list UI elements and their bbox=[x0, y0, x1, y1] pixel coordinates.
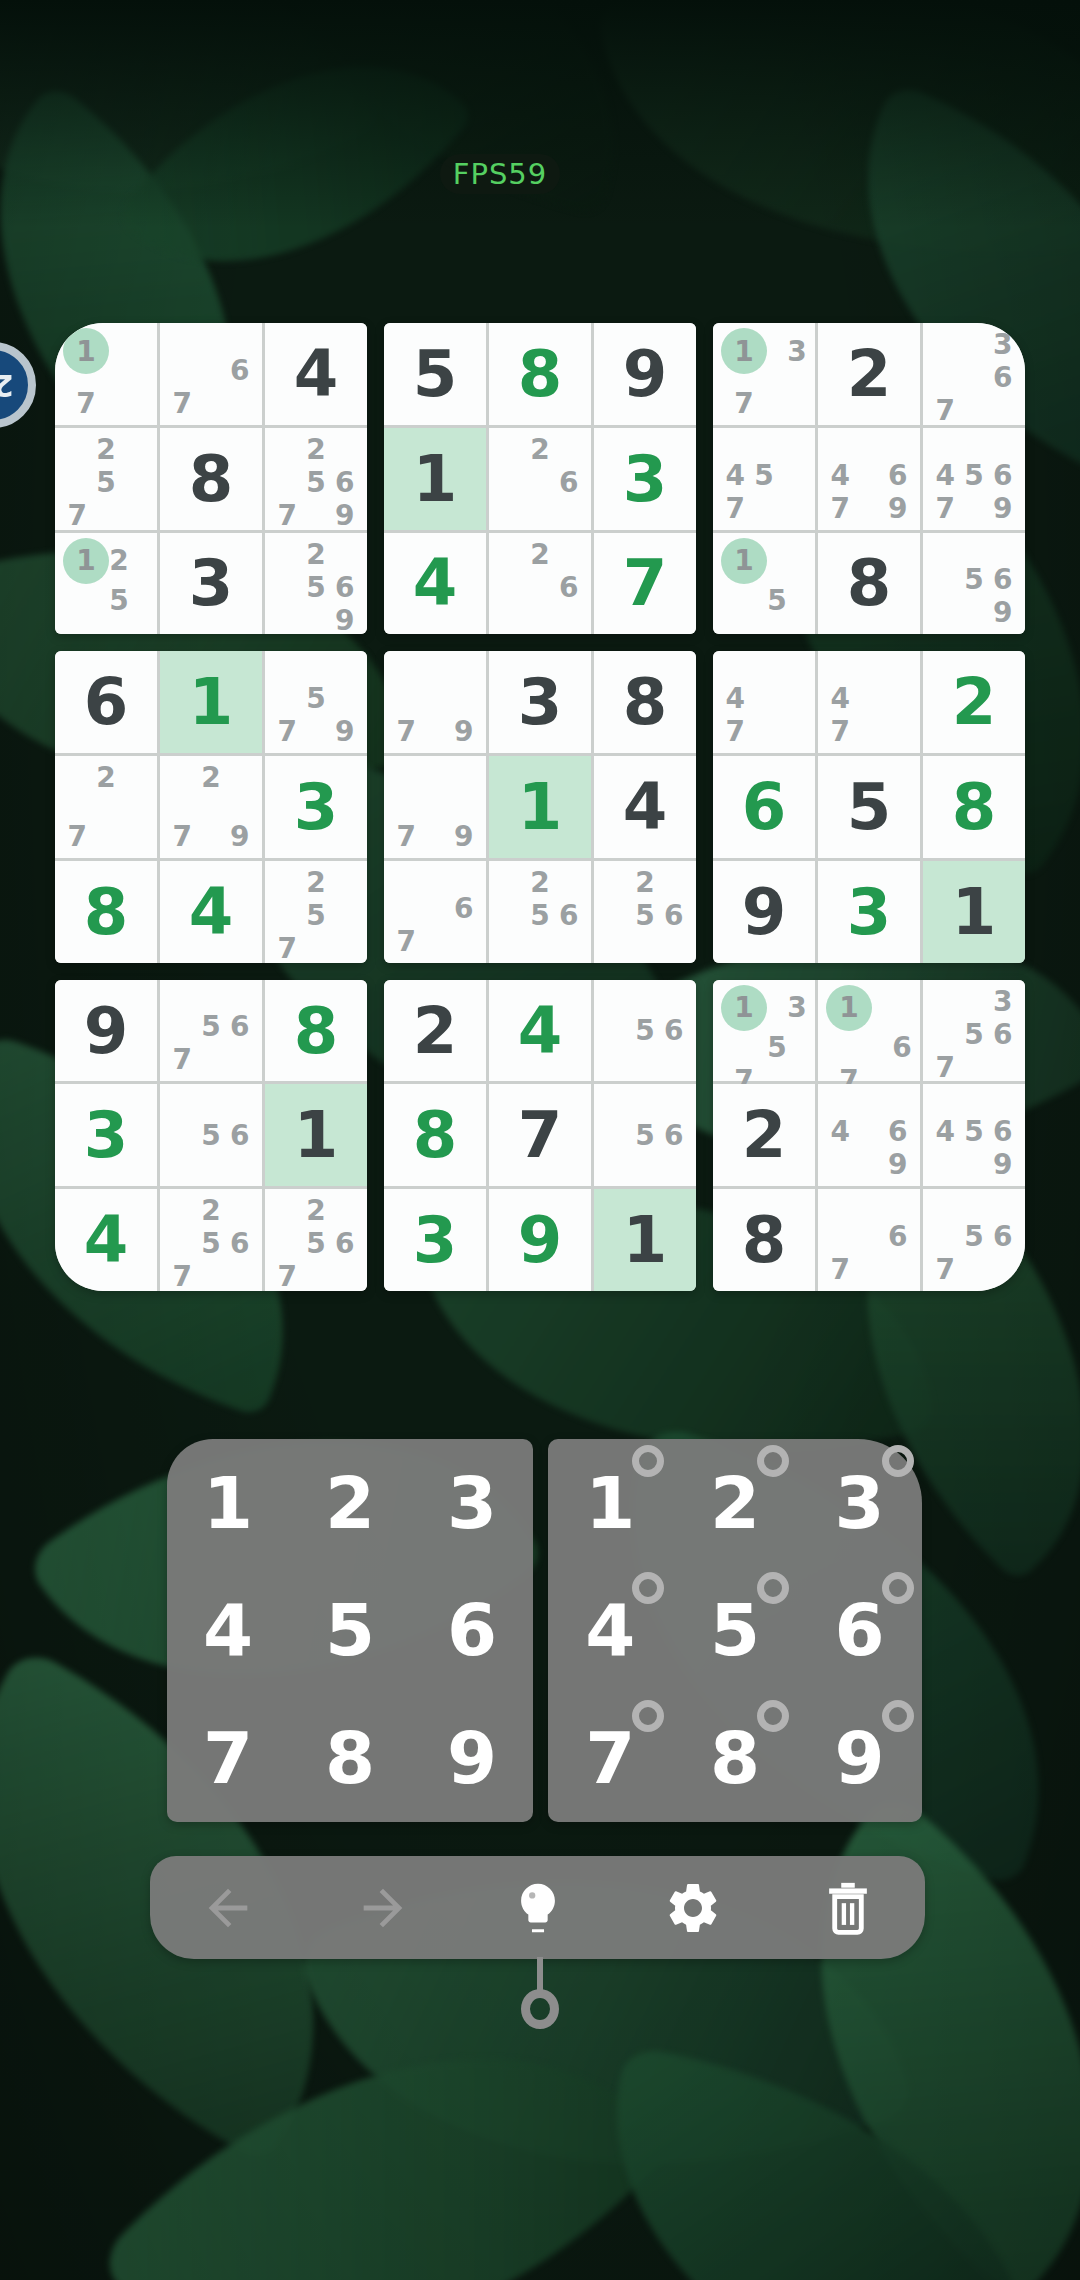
note-digit bbox=[721, 617, 767, 630]
cell-r1c5[interactable]: 8 bbox=[489, 323, 591, 425]
notepad-digit-5[interactable]: 5 bbox=[673, 1567, 798, 1695]
note-digit bbox=[168, 1194, 197, 1227]
note-digit bbox=[554, 538, 583, 571]
note-digit bbox=[883, 715, 912, 748]
note-digit bbox=[883, 1089, 912, 1115]
note-digit bbox=[225, 387, 254, 420]
cell-r1c1[interactable]: 17 bbox=[55, 323, 157, 425]
cell-r2c3[interactable]: 25679 bbox=[265, 428, 367, 530]
note-digit: 6 bbox=[330, 1227, 359, 1260]
user-digit: 4 bbox=[189, 880, 234, 944]
note-digit bbox=[330, 932, 359, 963]
note-digit bbox=[197, 1152, 226, 1181]
note-digit: 6 bbox=[554, 899, 583, 932]
note-digit bbox=[778, 433, 807, 459]
cell-r6c6[interactable]: 256 bbox=[594, 861, 696, 963]
note-digit bbox=[225, 1194, 254, 1227]
note-digit bbox=[767, 328, 787, 374]
note-digit bbox=[330, 1260, 359, 1291]
notes-grid: 47 bbox=[826, 656, 912, 748]
cell-r2c1[interactable]: 257 bbox=[55, 428, 157, 530]
note-digit: 6 bbox=[883, 459, 912, 492]
cell-r7c5[interactable]: 4 bbox=[489, 980, 591, 1082]
user-digit: 1 bbox=[189, 670, 234, 734]
note-digit: 7 bbox=[63, 387, 109, 420]
note-digit bbox=[787, 538, 807, 584]
note-digit bbox=[883, 1194, 912, 1220]
notepad-digit-9[interactable]: 9 bbox=[797, 1694, 922, 1822]
note-digit bbox=[120, 794, 149, 820]
cell-r2c8[interactable]: 4679 bbox=[818, 428, 920, 530]
numpad-digit-2[interactable]: 2 bbox=[289, 1439, 411, 1567]
note-digit bbox=[855, 433, 884, 459]
notes-grid: 26 bbox=[497, 538, 583, 630]
note-digit: 7 bbox=[392, 715, 421, 748]
notes-grid: 3567 bbox=[931, 985, 1017, 1077]
note-digit bbox=[421, 656, 450, 685]
note-digit: 3 bbox=[787, 328, 807, 374]
note-digit bbox=[273, 682, 302, 715]
board-box: 47472658931 bbox=[713, 651, 1025, 962]
cell-r8c9[interactable]: 4569 bbox=[923, 1084, 1025, 1186]
numpad-digit-8[interactable]: 8 bbox=[289, 1694, 411, 1822]
note-digit bbox=[988, 1051, 1017, 1084]
note-digit bbox=[855, 715, 884, 748]
settings-button[interactable] bbox=[647, 1862, 739, 1954]
cell-r5c3[interactable]: 3 bbox=[265, 756, 367, 858]
note-digit bbox=[330, 682, 359, 715]
note-digit: 5 bbox=[960, 459, 989, 492]
note-digit: 7 bbox=[931, 394, 960, 427]
note-digit bbox=[168, 354, 197, 387]
given-digit: 8 bbox=[847, 551, 892, 615]
cell-r4c2[interactable]: 1 bbox=[160, 651, 262, 753]
note-digit bbox=[330, 899, 359, 932]
cell-r9c3[interactable]: 2567 bbox=[265, 1189, 367, 1291]
given-digit: 1 bbox=[952, 880, 997, 944]
notes-grid: 257 bbox=[273, 866, 359, 958]
cell-r7c3[interactable]: 8 bbox=[265, 980, 367, 1082]
note-digit bbox=[197, 328, 226, 354]
cell-r2c2[interactable]: 8 bbox=[160, 428, 262, 530]
cell-r6c8[interactable]: 3 bbox=[818, 861, 920, 963]
cell-r6c3[interactable]: 257 bbox=[265, 861, 367, 963]
floating-bubble-label: 22 bbox=[0, 368, 14, 403]
note-digit bbox=[168, 1152, 197, 1181]
note-digit bbox=[988, 538, 1017, 564]
note-digit: 9 bbox=[449, 715, 478, 748]
cell-r6c2[interactable]: 4 bbox=[160, 861, 262, 963]
notes-grid: 1357 bbox=[721, 985, 807, 1077]
notes-grid: 67 bbox=[826, 1194, 912, 1286]
note-digit bbox=[129, 584, 149, 617]
cell-r3c8[interactable]: 8 bbox=[818, 533, 920, 635]
note-digit bbox=[554, 932, 583, 958]
cell-r6c9[interactable]: 1 bbox=[923, 861, 1025, 963]
note-digit: 5 bbox=[302, 682, 331, 715]
note-digit bbox=[750, 433, 779, 459]
cell-r5c8[interactable]: 5 bbox=[818, 756, 920, 858]
note-digit: 3 bbox=[988, 328, 1017, 361]
cell-r3c4[interactable]: 4 bbox=[384, 533, 486, 635]
cell-r3c1[interactable]: 125 bbox=[55, 533, 157, 635]
note-digit bbox=[602, 985, 631, 1014]
cell-r5c4[interactable]: 79 bbox=[384, 756, 486, 858]
note-digit: 2 bbox=[109, 538, 129, 584]
note-digit bbox=[960, 1051, 989, 1084]
given-digit: 2 bbox=[847, 342, 892, 406]
note-digit bbox=[778, 715, 807, 748]
cell-r9c2[interactable]: 2567 bbox=[160, 1189, 262, 1291]
cell-r8c3[interactable]: 1 bbox=[265, 1084, 367, 1186]
note-digit bbox=[120, 433, 149, 466]
cell-r7c2[interactable]: 567 bbox=[160, 980, 262, 1082]
cell-r8c5[interactable]: 7 bbox=[489, 1084, 591, 1186]
numpad-digit-3[interactable]: 3 bbox=[411, 1439, 533, 1567]
note-digit bbox=[826, 1220, 855, 1253]
note-digit bbox=[750, 682, 779, 715]
given-digit: 5 bbox=[847, 775, 892, 839]
note-digit bbox=[449, 686, 478, 715]
cell-r1c8[interactable]: 2 bbox=[818, 323, 920, 425]
note-digit bbox=[421, 790, 450, 819]
note-digit: 7 bbox=[168, 1043, 197, 1076]
note-digit bbox=[855, 1194, 884, 1220]
note-digit bbox=[392, 892, 421, 925]
sudoku-board: 1767425782567912532569589126342671372367… bbox=[55, 323, 1025, 1291]
cell-r1c4[interactable]: 5 bbox=[384, 323, 486, 425]
cell-r8c1[interactable]: 3 bbox=[55, 1084, 157, 1186]
note-digit: 5 bbox=[767, 1031, 787, 1064]
notes-grid: 125 bbox=[63, 538, 149, 630]
erase-button[interactable] bbox=[802, 1862, 894, 1954]
notes-grid: 67 bbox=[392, 866, 478, 958]
note-digit bbox=[421, 761, 450, 790]
note-digit bbox=[855, 459, 884, 492]
cell-r9c7[interactable]: 8 bbox=[713, 1189, 815, 1291]
note-digit bbox=[750, 492, 779, 525]
note-digit: 6 bbox=[225, 354, 254, 387]
note-digit bbox=[497, 433, 526, 466]
note-digit bbox=[225, 1043, 254, 1076]
cell-r2c7[interactable]: 457 bbox=[713, 428, 815, 530]
cell-r4c5[interactable]: 3 bbox=[489, 651, 591, 753]
note-ring-icon bbox=[632, 1445, 664, 1477]
note-digit: 5 bbox=[109, 584, 129, 617]
cell-r5c5[interactable]: 1 bbox=[489, 756, 591, 858]
cell-r1c6[interactable]: 9 bbox=[594, 323, 696, 425]
note-digit bbox=[631, 985, 660, 1014]
board-box: 1767425782567912532569 bbox=[55, 323, 367, 634]
note-digit bbox=[826, 656, 855, 682]
note-digit: 2 bbox=[302, 866, 331, 899]
note-digit bbox=[554, 604, 583, 630]
note-digit bbox=[602, 1119, 631, 1152]
trash-icon bbox=[819, 1879, 877, 1937]
given-digit: 7 bbox=[518, 1103, 563, 1167]
notes-grid: 79 bbox=[392, 656, 478, 748]
note-digit: 6 bbox=[988, 361, 1017, 394]
pull-handle[interactable] bbox=[521, 1989, 559, 2029]
note-digit bbox=[554, 499, 583, 525]
notes-grid: 47 bbox=[721, 656, 807, 748]
note-digit bbox=[302, 715, 331, 748]
note-digit bbox=[129, 387, 149, 420]
cell-r7c1[interactable]: 9 bbox=[55, 980, 157, 1082]
note-digit bbox=[631, 1047, 660, 1076]
note-digit bbox=[778, 656, 807, 682]
note-digit bbox=[631, 932, 660, 958]
note-digit bbox=[197, 794, 226, 820]
cell-r4c1[interactable]: 6 bbox=[55, 651, 157, 753]
cell-r6c7[interactable]: 9 bbox=[713, 861, 815, 963]
cell-r4c6[interactable]: 8 bbox=[594, 651, 696, 753]
cell-r1c3[interactable]: 4 bbox=[265, 323, 367, 425]
notes-grid: 257 bbox=[63, 433, 149, 525]
note-digit bbox=[721, 584, 767, 617]
cell-r9c6[interactable]: 1 bbox=[594, 1189, 696, 1291]
cell-r9c1[interactable]: 4 bbox=[55, 1189, 157, 1291]
toolbar bbox=[150, 1856, 925, 1959]
cell-r5c6[interactable]: 4 bbox=[594, 756, 696, 858]
cell-r3c5[interactable]: 26 bbox=[489, 533, 591, 635]
note-digit bbox=[602, 932, 631, 958]
cell-r4c3[interactable]: 579 bbox=[265, 651, 367, 753]
note-digit bbox=[787, 617, 807, 630]
note-digit bbox=[778, 682, 807, 715]
numpad-digit-1[interactable]: 1 bbox=[167, 1439, 289, 1567]
cell-r7c6[interactable]: 56 bbox=[594, 980, 696, 1082]
notes-grid: 279 bbox=[168, 761, 254, 853]
cell-r8c2[interactable]: 56 bbox=[160, 1084, 262, 1186]
note-digit bbox=[129, 617, 149, 630]
note-digit bbox=[109, 374, 129, 387]
note-digit: 4 bbox=[721, 682, 750, 715]
given-digit: 4 bbox=[623, 775, 668, 839]
note-digit bbox=[109, 387, 129, 420]
note-digit bbox=[960, 361, 989, 394]
cell-r7c9[interactable]: 3567 bbox=[923, 980, 1025, 1082]
cell-r3c6[interactable]: 7 bbox=[594, 533, 696, 635]
given-digit: 8 bbox=[623, 670, 668, 734]
cell-r1c9[interactable]: 367 bbox=[923, 323, 1025, 425]
arrow-left-icon bbox=[199, 1879, 257, 1937]
note-digit bbox=[497, 899, 526, 932]
note-digit bbox=[602, 1152, 631, 1181]
note-digit bbox=[421, 686, 450, 715]
note-digit: 9 bbox=[988, 492, 1017, 525]
notepad-digit-4[interactable]: 4 bbox=[548, 1567, 673, 1695]
cell-r7c4[interactable]: 2 bbox=[384, 980, 486, 1082]
cell-r1c7[interactable]: 137 bbox=[713, 323, 815, 425]
note-digit: 2 bbox=[302, 433, 331, 466]
cell-r4c7[interactable]: 47 bbox=[713, 651, 815, 753]
note-digit: 7 bbox=[931, 1253, 960, 1286]
note-digit bbox=[497, 866, 526, 899]
numpad-digit-5[interactable]: 5 bbox=[289, 1567, 411, 1695]
note-digit: 2 bbox=[302, 1194, 331, 1227]
note-digit bbox=[168, 985, 197, 1011]
cell-r9c4[interactable]: 3 bbox=[384, 1189, 486, 1291]
note-digit bbox=[109, 328, 129, 374]
cell-r4c8[interactable]: 47 bbox=[818, 651, 920, 753]
cell-r1c2[interactable]: 67 bbox=[160, 323, 262, 425]
note-digit: 6 bbox=[554, 466, 583, 499]
note-digit bbox=[330, 656, 359, 682]
cell-r3c3[interactable]: 2569 bbox=[265, 533, 367, 635]
cell-r9c9[interactable]: 567 bbox=[923, 1189, 1025, 1291]
note-digit bbox=[421, 866, 450, 892]
note-digit: 4 bbox=[931, 459, 960, 492]
notes-grid: 67 bbox=[168, 328, 254, 420]
note-digit: 5 bbox=[197, 1227, 226, 1260]
notes-grid: 56 bbox=[602, 985, 688, 1077]
cell-r3c7[interactable]: 15 bbox=[713, 533, 815, 635]
cell-r8c8[interactable]: 469 bbox=[818, 1084, 920, 1186]
cell-r2c6[interactable]: 3 bbox=[594, 428, 696, 530]
note-digit bbox=[721, 374, 767, 387]
note-digit: 6 bbox=[659, 899, 688, 932]
cell-r4c4[interactable]: 79 bbox=[384, 651, 486, 753]
notes-grid: 256 bbox=[602, 866, 688, 958]
notes-grid: 2569 bbox=[273, 538, 359, 630]
cell-r6c5[interactable]: 256 bbox=[489, 861, 591, 963]
cell-r2c5[interactable]: 26 bbox=[489, 428, 591, 530]
note-digit bbox=[225, 1260, 254, 1291]
cell-r2c9[interactable]: 45679 bbox=[923, 428, 1025, 530]
note-digit bbox=[855, 1220, 884, 1253]
user-digit: 8 bbox=[84, 880, 129, 944]
note-digit bbox=[168, 1089, 197, 1118]
cell-r5c2[interactable]: 279 bbox=[160, 756, 262, 858]
notes-grid: 569 bbox=[931, 538, 1017, 630]
note-digit bbox=[197, 1043, 226, 1076]
notepad-digit-7[interactable]: 7 bbox=[548, 1694, 673, 1822]
note-digit: 6 bbox=[892, 1031, 912, 1064]
arrow-right-icon bbox=[354, 1879, 412, 1937]
notepad-digit-3[interactable]: 3 bbox=[797, 1439, 922, 1567]
note-digit bbox=[273, 866, 302, 899]
note-digit bbox=[931, 1194, 960, 1220]
cell-r6c1[interactable]: 8 bbox=[55, 861, 157, 963]
cell-r5c7[interactable]: 6 bbox=[713, 756, 815, 858]
note-digit bbox=[602, 866, 631, 899]
given-digit: 3 bbox=[189, 551, 234, 615]
note-digit: 7 bbox=[168, 387, 197, 420]
note-digit: 5 bbox=[197, 1010, 226, 1043]
cell-r3c2[interactable]: 3 bbox=[160, 533, 262, 635]
cell-r8c4[interactable]: 8 bbox=[384, 1084, 486, 1186]
note-digit bbox=[168, 328, 197, 354]
note-digit bbox=[129, 328, 149, 374]
note-digit bbox=[659, 985, 688, 1014]
note-digit bbox=[526, 604, 555, 630]
note-digit bbox=[931, 563, 960, 596]
cell-r9c5[interactable]: 9 bbox=[489, 1189, 591, 1291]
hint-button[interactable] bbox=[492, 1862, 584, 1954]
user-digit: 3 bbox=[623, 447, 668, 511]
note-digit bbox=[750, 656, 779, 682]
note-digit bbox=[63, 584, 109, 617]
note-digit: 4 bbox=[721, 459, 750, 492]
note-digit: 7 bbox=[392, 820, 421, 853]
note-digit: 5 bbox=[302, 466, 331, 499]
note-digit bbox=[168, 1119, 197, 1152]
cell-r2c4[interactable]: 1 bbox=[384, 428, 486, 530]
note-digit bbox=[855, 1115, 884, 1148]
note-digit bbox=[421, 715, 450, 748]
note-digit bbox=[960, 394, 989, 427]
note-digit bbox=[721, 1031, 767, 1064]
note-digit bbox=[273, 604, 302, 635]
undo-button[interactable] bbox=[182, 1862, 274, 1954]
redo-button[interactable] bbox=[337, 1862, 429, 1954]
user-digit: 3 bbox=[294, 775, 339, 839]
note-digit bbox=[778, 492, 807, 525]
cell-r5c9[interactable]: 8 bbox=[923, 756, 1025, 858]
cell-r5c1[interactable]: 27 bbox=[55, 756, 157, 858]
note-digit bbox=[767, 538, 787, 584]
note-digit: 7 bbox=[273, 932, 302, 963]
cell-r3c9[interactable]: 569 bbox=[923, 533, 1025, 635]
cell-r8c7[interactable]: 2 bbox=[713, 1084, 815, 1186]
note-digit: 2 bbox=[92, 433, 121, 466]
cell-r7c8[interactable]: 167 bbox=[818, 980, 920, 1082]
note-digit bbox=[931, 1220, 960, 1253]
notepad-digit-2[interactable]: 2 bbox=[673, 1439, 798, 1567]
board-box: 1357167356724694569867567 bbox=[713, 980, 1025, 1291]
numpad-digit-4[interactable]: 4 bbox=[167, 1567, 289, 1695]
note-digit bbox=[826, 1089, 855, 1115]
note-digit: 7 bbox=[826, 715, 855, 748]
note-digit bbox=[631, 1152, 660, 1181]
cell-r8c6[interactable]: 56 bbox=[594, 1084, 696, 1186]
notepad-digit-8[interactable]: 8 bbox=[673, 1694, 798, 1822]
numpad-digit-9[interactable]: 9 bbox=[411, 1694, 533, 1822]
note-digit: 5 bbox=[197, 1119, 226, 1152]
notepad-digit-6[interactable]: 6 bbox=[797, 1567, 922, 1695]
note-digit bbox=[883, 1253, 912, 1286]
note-digit bbox=[225, 794, 254, 820]
given-digit: 6 bbox=[84, 670, 129, 734]
note-digit: 5 bbox=[960, 563, 989, 596]
note-digit bbox=[120, 499, 149, 532]
note-digit: 5 bbox=[302, 1227, 331, 1260]
note-digit bbox=[392, 686, 421, 715]
cell-r9c8[interactable]: 67 bbox=[818, 1189, 920, 1291]
note-digit bbox=[392, 656, 421, 685]
note-digit: 5 bbox=[750, 459, 779, 492]
note-digit bbox=[225, 328, 254, 354]
note-digit bbox=[988, 1194, 1017, 1220]
note-digit bbox=[787, 584, 807, 617]
cell-r6c4[interactable]: 67 bbox=[384, 861, 486, 963]
note-digit bbox=[449, 925, 478, 958]
note-digit bbox=[168, 1010, 197, 1043]
user-digit: 8 bbox=[518, 342, 563, 406]
user-digit: 1 bbox=[518, 775, 563, 839]
notes-grid: 567 bbox=[168, 985, 254, 1077]
note-digit bbox=[855, 682, 884, 715]
note-digit: 7 bbox=[63, 820, 92, 853]
cell-r7c7[interactable]: 1357 bbox=[713, 980, 815, 1082]
numpad-digit-6[interactable]: 6 bbox=[411, 1567, 533, 1695]
cell-r4c9[interactable]: 2 bbox=[923, 651, 1025, 753]
numpad-digit-7[interactable]: 7 bbox=[167, 1694, 289, 1822]
note-digit bbox=[330, 1194, 359, 1227]
note-digit bbox=[826, 433, 855, 459]
notepad-digit-1[interactable]: 1 bbox=[548, 1439, 673, 1567]
